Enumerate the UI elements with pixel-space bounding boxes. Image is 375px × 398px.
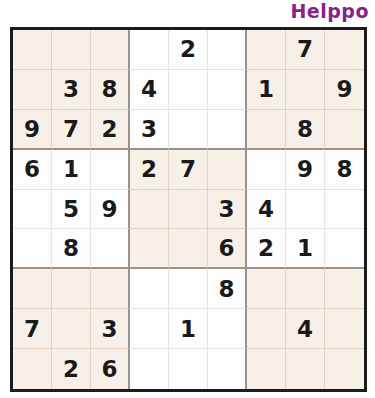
cell-r1c4[interactable] [130,30,169,70]
cell-r5c1[interactable] [13,190,52,230]
cell-r4c8[interactable]: 9 [286,150,325,190]
cell-r6c1[interactable] [13,229,52,269]
cell-r1c2[interactable] [52,30,91,70]
cell-r4c7[interactable] [247,150,286,190]
cell-r1c6[interactable] [208,30,247,70]
cell-r7c3[interactable] [91,269,130,309]
cell-r1c3[interactable] [91,30,130,70]
cell-r7c5[interactable] [169,269,208,309]
cell-r9c5[interactable] [169,349,208,389]
cell-r1c5[interactable]: 2 [169,30,208,70]
cell-r1c7[interactable] [247,30,286,70]
cell-r6c9[interactable] [325,229,364,269]
cell-r8c3[interactable]: 3 [91,309,130,349]
cell-r1c9[interactable] [325,30,364,70]
cell-r2c7[interactable]: 1 [247,70,286,110]
cell-r8c7[interactable] [247,309,286,349]
cell-r3c9[interactable] [325,110,364,150]
cell-r8c2[interactable] [52,309,91,349]
cell-r3c1[interactable]: 9 [13,110,52,150]
cell-r7c7[interactable] [247,269,286,309]
cell-r6c7[interactable]: 2 [247,229,286,269]
cell-r6c4[interactable] [130,229,169,269]
cell-r3c2[interactable]: 7 [52,110,91,150]
cell-r8c5[interactable]: 1 [169,309,208,349]
cell-r9c3[interactable]: 6 [91,349,130,389]
cell-r8c6[interactable] [208,309,247,349]
cell-r3c4[interactable]: 3 [130,110,169,150]
cell-r4c6[interactable] [208,150,247,190]
cell-r4c2[interactable]: 1 [52,150,91,190]
cell-r9c7[interactable] [247,349,286,389]
cell-r5c6[interactable]: 3 [208,190,247,230]
cell-r7c8[interactable] [286,269,325,309]
cell-r3c3[interactable]: 2 [91,110,130,150]
cell-r9c1[interactable] [13,349,52,389]
cell-r2c9[interactable]: 9 [325,70,364,110]
cell-r3c7[interactable] [247,110,286,150]
cell-r4c5[interactable]: 7 [169,150,208,190]
cell-r2c8[interactable] [286,70,325,110]
cell-r5c7[interactable]: 4 [247,190,286,230]
cell-r6c2[interactable]: 8 [52,229,91,269]
cell-r3c5[interactable] [169,110,208,150]
cell-r5c3[interactable]: 9 [91,190,130,230]
cell-r2c3[interactable]: 8 [91,70,130,110]
cell-r7c2[interactable] [52,269,91,309]
sudoku-page: Helppo 273841997238612798593486218731426 [0,0,375,398]
cell-r2c2[interactable]: 3 [52,70,91,110]
cell-r1c8[interactable]: 7 [286,30,325,70]
cell-r7c9[interactable] [325,269,364,309]
cell-r9c8[interactable] [286,349,325,389]
cell-r9c4[interactable] [130,349,169,389]
cell-r2c4[interactable]: 4 [130,70,169,110]
cell-r3c8[interactable]: 8 [286,110,325,150]
cell-r9c9[interactable] [325,349,364,389]
cell-r6c6[interactable]: 6 [208,229,247,269]
cell-r4c1[interactable]: 6 [13,150,52,190]
cell-r8c4[interactable] [130,309,169,349]
cell-r1c1[interactable] [13,30,52,70]
cell-r5c8[interactable] [286,190,325,230]
cell-r4c9[interactable]: 8 [325,150,364,190]
cell-r7c6[interactable]: 8 [208,269,247,309]
cell-r6c5[interactable] [169,229,208,269]
cell-r6c3[interactable] [91,229,130,269]
cell-r5c9[interactable] [325,190,364,230]
cell-r7c1[interactable] [13,269,52,309]
difficulty-label: Helppo [290,0,369,22]
cell-r4c4[interactable]: 2 [130,150,169,190]
cell-r6c8[interactable]: 1 [286,229,325,269]
cell-r5c5[interactable] [169,190,208,230]
cell-r9c2[interactable]: 2 [52,349,91,389]
cell-r8c1[interactable]: 7 [13,309,52,349]
cell-r5c4[interactable] [130,190,169,230]
cell-r7c4[interactable] [130,269,169,309]
cell-r2c1[interactable] [13,70,52,110]
cell-r4c3[interactable] [91,150,130,190]
cell-r8c8[interactable]: 4 [286,309,325,349]
cell-r3c6[interactable] [208,110,247,150]
cell-r5c2[interactable]: 5 [52,190,91,230]
cell-r8c9[interactable] [325,309,364,349]
cell-r9c6[interactable] [208,349,247,389]
cell-r2c5[interactable] [169,70,208,110]
cell-r2c6[interactable] [208,70,247,110]
sudoku-board: 273841997238612798593486218731426 [10,27,367,392]
